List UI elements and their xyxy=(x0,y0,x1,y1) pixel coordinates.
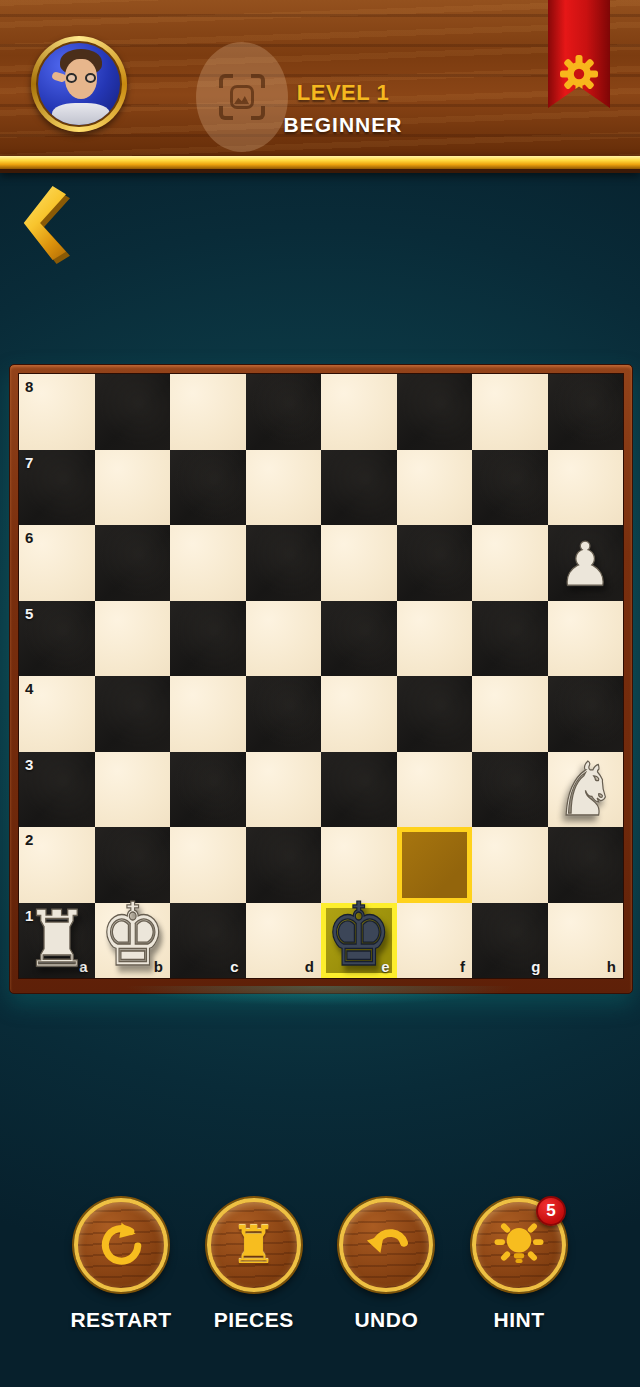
square-c1[interactable]: c xyxy=(170,903,246,979)
undo-label: UNDO xyxy=(354,1308,418,1332)
square-d8[interactable] xyxy=(246,374,322,450)
square-b4[interactable] xyxy=(95,676,171,752)
square-a6[interactable]: 6 xyxy=(19,525,95,601)
chess-board: 876♟543♞21a♜b♚cde♚fgh xyxy=(18,373,624,979)
square-a3[interactable]: 3 xyxy=(19,752,95,828)
square-e8[interactable] xyxy=(321,374,397,450)
square-g5[interactable] xyxy=(472,601,548,677)
rank-label-3: 3 xyxy=(25,756,33,773)
rank-label-6: 6 xyxy=(25,529,33,546)
restart-label: RESTART xyxy=(70,1308,171,1332)
square-c3[interactable] xyxy=(170,752,246,828)
square-d2[interactable] xyxy=(246,827,322,903)
square-h2[interactable] xyxy=(548,827,624,903)
square-b8[interactable] xyxy=(95,374,171,450)
square-d7[interactable] xyxy=(246,450,322,526)
square-a2[interactable]: 2 xyxy=(19,827,95,903)
avatar[interactable] xyxy=(31,36,127,132)
square-e6[interactable] xyxy=(321,525,397,601)
file-label-c: c xyxy=(230,958,238,975)
rank-label-5: 5 xyxy=(25,605,33,622)
square-a1[interactable]: 1a♜ xyxy=(19,903,95,979)
undo-button[interactable]: UNDO xyxy=(329,1198,443,1332)
square-g7[interactable] xyxy=(472,450,548,526)
square-g3[interactable] xyxy=(472,752,548,828)
header-gold-divider xyxy=(0,156,640,173)
file-label-h: h xyxy=(607,958,616,975)
rank-label-7: 7 xyxy=(25,454,33,471)
hint-button[interactable]: 5 HINT xyxy=(462,1198,576,1332)
square-h1[interactable]: h xyxy=(548,903,624,979)
square-a4[interactable]: 4 xyxy=(19,676,95,752)
square-c5[interactable] xyxy=(170,601,246,677)
square-d4[interactable] xyxy=(246,676,322,752)
square-d6[interactable] xyxy=(246,525,322,601)
square-b1[interactable]: b♚ xyxy=(95,903,171,979)
square-d1[interactable]: d xyxy=(246,903,322,979)
board-glow xyxy=(60,986,580,1012)
piece-white-pawn-h6[interactable]: ♟ xyxy=(548,536,624,593)
square-h6[interactable]: ♟ xyxy=(548,525,624,601)
file-label-g: g xyxy=(531,958,540,975)
header-bar: LEVEL 1 BEGINNER xyxy=(0,0,640,158)
bottom-toolbar: RESTART ♜ PIECES UNDO xyxy=(0,1198,640,1332)
square-e4[interactable] xyxy=(321,676,397,752)
chess-board-frame: 876♟543♞21a♜b♚cde♚fgh xyxy=(9,364,633,994)
square-e7[interactable] xyxy=(321,450,397,526)
square-d3[interactable] xyxy=(246,752,322,828)
lightbulb-icon xyxy=(491,1217,547,1273)
square-g1[interactable]: g xyxy=(472,903,548,979)
restart-arrow-icon xyxy=(95,1219,147,1271)
square-b6[interactable] xyxy=(95,525,171,601)
square-h4[interactable] xyxy=(548,676,624,752)
square-c4[interactable] xyxy=(170,676,246,752)
square-a7[interactable]: 7 xyxy=(19,450,95,526)
square-f2[interactable] xyxy=(397,827,473,903)
undo-arrow-icon xyxy=(359,1218,413,1272)
square-h3[interactable]: ♞ xyxy=(548,752,624,828)
pieces-label: PIECES xyxy=(214,1308,294,1332)
square-c2[interactable] xyxy=(170,827,246,903)
square-f7[interactable] xyxy=(397,450,473,526)
chess-game-screen: { "game": "chess", "header": { "level_la… xyxy=(0,0,640,1387)
square-c7[interactable] xyxy=(170,450,246,526)
restart-button[interactable]: RESTART xyxy=(64,1198,178,1332)
square-b7[interactable] xyxy=(95,450,171,526)
square-f4[interactable] xyxy=(397,676,473,752)
rank-label-4: 4 xyxy=(25,680,33,697)
piece-white-king-b1[interactable]: ♚ xyxy=(96,893,168,976)
piece-white-knight-h3[interactable]: ♞ xyxy=(548,755,622,825)
file-label-f: f xyxy=(460,958,465,975)
square-h8[interactable] xyxy=(548,374,624,450)
level-label: LEVEL 1 xyxy=(258,80,428,106)
gear-icon xyxy=(559,54,599,94)
square-c6[interactable] xyxy=(170,525,246,601)
square-f3[interactable] xyxy=(397,752,473,828)
square-g4[interactable] xyxy=(472,676,548,752)
square-e3[interactable] xyxy=(321,752,397,828)
square-f8[interactable] xyxy=(397,374,473,450)
square-f1[interactable]: f xyxy=(397,903,473,979)
square-h5[interactable] xyxy=(548,601,624,677)
settings-ribbon[interactable] xyxy=(548,0,610,108)
file-label-d: d xyxy=(305,958,314,975)
avatar-image xyxy=(36,41,122,127)
rook-icon: ♜ xyxy=(230,1219,277,1271)
square-d5[interactable] xyxy=(246,601,322,677)
square-a8[interactable]: 8 xyxy=(19,374,95,450)
rank-label-8: 8 xyxy=(25,378,33,395)
square-g6[interactable] xyxy=(472,525,548,601)
pieces-button[interactable]: ♜ PIECES xyxy=(197,1198,311,1332)
square-h7[interactable] xyxy=(548,450,624,526)
hint-count-badge: 5 xyxy=(536,1196,566,1226)
difficulty-label: BEGINNER xyxy=(258,113,428,137)
square-e1[interactable]: e♚ xyxy=(321,903,397,979)
square-f6[interactable] xyxy=(397,525,473,601)
square-c8[interactable] xyxy=(170,374,246,450)
rank-label-2: 2 xyxy=(25,831,33,848)
piece-white-rook-a1[interactable]: ♜ xyxy=(19,902,95,976)
piece-black-king-e1[interactable]: ♚ xyxy=(323,893,395,976)
square-a5[interactable]: 5 xyxy=(19,601,95,677)
back-button[interactable] xyxy=(18,186,66,260)
square-b3[interactable] xyxy=(95,752,171,828)
square-e5[interactable] xyxy=(321,601,397,677)
hint-label: HINT xyxy=(493,1308,544,1332)
square-g2[interactable] xyxy=(472,827,548,903)
square-b5[interactable] xyxy=(95,601,171,677)
square-g8[interactable] xyxy=(472,374,548,450)
square-f5[interactable] xyxy=(397,601,473,677)
